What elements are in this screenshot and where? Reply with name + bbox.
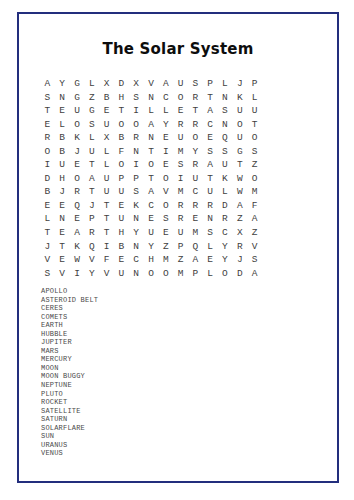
grid-cell: X [129, 77, 144, 91]
grid-cell: U [55, 158, 70, 172]
grid-cell: S [203, 145, 218, 159]
word-list-item: ROCKET [41, 398, 98, 407]
grid-cell: U [144, 226, 159, 240]
grid-cell: O [188, 131, 203, 145]
grid-cell: D [114, 77, 129, 91]
grid-cell: J [232, 77, 247, 91]
grid-cell: A [203, 158, 218, 172]
page-title: The Solar System [19, 40, 337, 58]
grid-cell: X [232, 226, 247, 240]
grid-cell: L [40, 212, 55, 226]
grid-cell: N [203, 212, 218, 226]
word-list-item: HUBBLE [41, 330, 98, 339]
worksheet-canvas: The Solar System AYGLXDXVAUSPLJPSNGZBHSN… [0, 0, 354, 500]
grid-cell: O [173, 91, 188, 105]
grid-cell: R [188, 91, 203, 105]
grid-cell: N [144, 131, 159, 145]
grid-cell: V [144, 77, 159, 91]
grid-cell: G [84, 104, 99, 118]
grid-cell: U [99, 172, 114, 186]
grid-cell: U [232, 131, 247, 145]
grid-cell: R [173, 199, 188, 213]
grid-cell: L [203, 267, 218, 281]
grid-cell: N [218, 118, 233, 132]
word-list-item: MARS [41, 347, 98, 356]
grid-cell: Y [158, 118, 173, 132]
grid-cell: P [188, 267, 203, 281]
grid-cell: L [84, 77, 99, 91]
grid-cell: E [158, 158, 173, 172]
grid-cell: D [218, 199, 233, 213]
grid-cell: O [247, 131, 262, 145]
grid-cell: R [188, 158, 203, 172]
grid-cell: T [84, 158, 99, 172]
grid-cell: B [55, 145, 70, 159]
grid-cell: H [114, 226, 129, 240]
grid-cell: O [144, 158, 159, 172]
word-list-item: SATELLITE [41, 407, 98, 416]
grid-cell: R [40, 131, 55, 145]
grid-cell: Z [232, 212, 247, 226]
grid-cell: A [144, 185, 159, 199]
grid-cell: T [203, 91, 218, 105]
grid-cell: T [114, 104, 129, 118]
grid-cell: Z [84, 91, 99, 105]
grid-cell: E [70, 212, 85, 226]
grid-cell: E [70, 158, 85, 172]
word-list-item: MERCURY [41, 355, 98, 364]
grid-cell: N [129, 240, 144, 254]
grid-cell: B [99, 91, 114, 105]
grid-cell: M [173, 267, 188, 281]
grid-cell: O [247, 172, 262, 186]
grid-cell: N [218, 91, 233, 105]
word-list-item: VENUS [41, 449, 98, 458]
grid-cell: V [247, 240, 262, 254]
grid-cell: K [232, 91, 247, 105]
grid-cell: H [144, 253, 159, 267]
grid-cell: T [188, 104, 203, 118]
grid-cell: B [55, 131, 70, 145]
grid-cell: W [70, 253, 85, 267]
grid-cell: P [173, 240, 188, 254]
grid-cell: E [55, 253, 70, 267]
grid-cell: M [188, 226, 203, 240]
grid-cell: N [129, 145, 144, 159]
grid-cell: L [84, 131, 99, 145]
grid-cell: B [114, 131, 129, 145]
grid-cell: Q [70, 199, 85, 213]
grid-cell: U [114, 212, 129, 226]
grid-cell: O [158, 267, 173, 281]
grid-cell: U [173, 131, 188, 145]
grid-cell: N [55, 212, 70, 226]
grid-cell: Z [247, 226, 262, 240]
grid-cell: A [158, 77, 173, 91]
word-list-item: SUN [41, 432, 98, 441]
grid-cell: E [55, 226, 70, 240]
grid-cell: U [173, 77, 188, 91]
grid-cell: T [55, 240, 70, 254]
grid-cell: C [203, 118, 218, 132]
grid-cell: A [247, 212, 262, 226]
grid-cell: R [203, 199, 218, 213]
grid-cell: X [99, 131, 114, 145]
grid-cell: Y [218, 240, 233, 254]
grid-cell: R [70, 185, 85, 199]
grid-cell: L [218, 77, 233, 91]
grid-cell: U [247, 104, 262, 118]
grid-cell: L [247, 91, 262, 105]
grid-cell: W [232, 172, 247, 186]
grid-cell: E [144, 212, 159, 226]
grid-cell: S [188, 77, 203, 91]
grid-cell: O [218, 267, 233, 281]
grid-cell: J [55, 185, 70, 199]
grid-cell: C [144, 199, 159, 213]
grid-cell: V [55, 267, 70, 281]
grid-cell: L [99, 145, 114, 159]
grid-cell: S [40, 91, 55, 105]
grid-cell: T [203, 172, 218, 186]
grid-cell: E [55, 104, 70, 118]
grid-cell: O [70, 172, 85, 186]
word-list-item: MOON BUGGY [41, 372, 98, 381]
grid-cell: S [247, 145, 262, 159]
grid-cell: M [247, 185, 262, 199]
word-list-item: ASTEROID BELT [41, 296, 98, 305]
grid-cell: Z [173, 253, 188, 267]
grid-cell: Q [218, 131, 233, 145]
word-list-item: JUPITER [41, 338, 98, 347]
grid-cell: V [99, 267, 114, 281]
grid-cell: L [55, 118, 70, 132]
grid-cell: O [144, 267, 159, 281]
grid-cell: Y [188, 145, 203, 159]
grid-cell: Y [55, 77, 70, 91]
grid-cell: F [99, 253, 114, 267]
grid-cell: F [247, 199, 262, 213]
grid-cell: O [158, 172, 173, 186]
grid-cell: U [99, 185, 114, 199]
word-list-item: APOLLO [41, 287, 98, 296]
grid-cell: J [40, 240, 55, 254]
grid-cell: K [218, 172, 233, 186]
grid-cell: I [129, 104, 144, 118]
word-list-item: CERES [41, 304, 98, 313]
grid-cell: J [232, 253, 247, 267]
grid-cell: O [114, 118, 129, 132]
grid-cell: D [232, 267, 247, 281]
grid-cell: A [40, 77, 55, 91]
grid-cell: S [158, 212, 173, 226]
grid-cell: S [84, 118, 99, 132]
grid-cell: A [232, 199, 247, 213]
grid-cell: A [188, 253, 203, 267]
grid-cell: T [99, 226, 114, 240]
worksheet-page: The Solar System AYGLXDXVAUSPLJPSNGZBHSN… [17, 12, 339, 483]
grid-cell: T [144, 145, 159, 159]
grid-cell: U [232, 104, 247, 118]
grid-cell: S [247, 253, 262, 267]
grid-cell: E [114, 199, 129, 213]
grid-cell: C [188, 185, 203, 199]
grid-cell: S [129, 91, 144, 105]
grid-cell: E [188, 212, 203, 226]
grid-cell: R [188, 118, 203, 132]
grid-cell: I [40, 158, 55, 172]
grid-cell: R [173, 212, 188, 226]
grid-cell: F [114, 145, 129, 159]
grid-cell: R [173, 118, 188, 132]
grid-cell: H [114, 91, 129, 105]
grid-cell: U [188, 172, 203, 186]
grid-cell: D [40, 172, 55, 186]
grid-cell: Y [84, 267, 99, 281]
grid-cell: E [55, 199, 70, 213]
word-list: APOLLOASTEROID BELTCERESCOMETSEARTHHUBBL… [41, 287, 98, 458]
grid-cell: I [158, 145, 173, 159]
word-list-item: COMETS [41, 313, 98, 322]
grid-cell: N [129, 212, 144, 226]
grid-cell: M [173, 145, 188, 159]
grid-cell: T [40, 226, 55, 240]
grid-cell: C [158, 91, 173, 105]
grid-cell: V [84, 253, 99, 267]
letter-grid: AYGLXDXVAUSPLJPSNGZBHSNCORTNKLTEUGETILLE… [40, 77, 262, 280]
grid-cell: P [247, 77, 262, 91]
grid-cell: Q [188, 240, 203, 254]
grid-cell: B [40, 185, 55, 199]
grid-cell: T [84, 185, 99, 199]
word-list-item: EARTH [41, 321, 98, 330]
grid-cell: L [144, 104, 159, 118]
grid-cell: O [40, 145, 55, 159]
grid-cell: N [129, 267, 144, 281]
grid-cell: E [173, 104, 188, 118]
word-list-item: NEPTUNE [41, 381, 98, 390]
grid-cell: I [70, 267, 85, 281]
grid-cell: S [218, 104, 233, 118]
word-list-item: SOLARFLARE [41, 424, 98, 433]
grid-cell: W [232, 185, 247, 199]
grid-cell: K [129, 199, 144, 213]
grid-cell: E [99, 104, 114, 118]
grid-cell: R [232, 240, 247, 254]
grid-cell: O [158, 199, 173, 213]
grid-cell: X [99, 77, 114, 91]
grid-cell: U [84, 145, 99, 159]
grid-cell: U [70, 104, 85, 118]
grid-cell: V [40, 253, 55, 267]
grid-cell: O [114, 158, 129, 172]
grid-cell: A [84, 172, 99, 186]
grid-cell: T [247, 118, 262, 132]
grid-cell: C [129, 253, 144, 267]
grid-cell: R [188, 199, 203, 213]
grid-cell: V [158, 185, 173, 199]
grid-cell: U [218, 158, 233, 172]
grid-cell: I [99, 240, 114, 254]
grid-cell: S [173, 158, 188, 172]
grid-cell: E [203, 253, 218, 267]
grid-cell: S [129, 185, 144, 199]
grid-cell: S [203, 226, 218, 240]
grid-cell: P [129, 172, 144, 186]
grid-cell: A [203, 104, 218, 118]
grid-cell: L [218, 185, 233, 199]
grid-cell: B [114, 240, 129, 254]
grid-cell: K [70, 131, 85, 145]
grid-cell: C [218, 226, 233, 240]
grid-cell: R [129, 131, 144, 145]
grid-cell: U [173, 226, 188, 240]
grid-cell: E [114, 253, 129, 267]
grid-cell: R [84, 226, 99, 240]
grid-cell: U [203, 185, 218, 199]
grid-cell: T [144, 172, 159, 186]
grid-cell: L [99, 158, 114, 172]
grid-cell: P [84, 212, 99, 226]
grid-cell: O [70, 118, 85, 132]
grid-cell: M [158, 253, 173, 267]
grid-cell: Z [247, 158, 262, 172]
grid-cell: S [218, 145, 233, 159]
grid-cell: T [232, 158, 247, 172]
word-list-item: MOON [41, 364, 98, 373]
grid-cell: L [158, 104, 173, 118]
grid-cell: N [55, 91, 70, 105]
grid-cell: E [40, 118, 55, 132]
grid-cell: M [173, 185, 188, 199]
grid-cell: J [84, 199, 99, 213]
grid-cell: G [70, 91, 85, 105]
word-list-item: PLUTO [41, 390, 98, 399]
grid-cell: T [40, 104, 55, 118]
grid-cell: U [114, 185, 129, 199]
grid-cell: E [158, 226, 173, 240]
grid-cell: O [129, 118, 144, 132]
grid-cell: U [114, 267, 129, 281]
grid-cell: A [70, 226, 85, 240]
grid-cell: N [144, 91, 159, 105]
grid-cell: Y [129, 226, 144, 240]
grid-cell: Z [158, 240, 173, 254]
grid-cell: E [40, 199, 55, 213]
grid-cell: H [55, 172, 70, 186]
grid-cell: T [99, 199, 114, 213]
grid-cell: P [114, 172, 129, 186]
grid-cell: P [203, 77, 218, 91]
grid-cell: R [218, 212, 233, 226]
grid-cell: G [70, 77, 85, 91]
grid-cell: S [40, 267, 55, 281]
grid-cell: I [173, 172, 188, 186]
grid-cell: T [99, 212, 114, 226]
grid-cell: A [144, 118, 159, 132]
word-list-item: URANUS [41, 441, 98, 450]
grid-cell: O [232, 118, 247, 132]
grid-cell: L [203, 240, 218, 254]
grid-cell: G [232, 145, 247, 159]
grid-cell: Y [218, 253, 233, 267]
grid-cell: Y [144, 240, 159, 254]
grid-cell: Q [84, 240, 99, 254]
grid-cell: K [70, 240, 85, 254]
word-list-item: SATURN [41, 415, 98, 424]
grid-cell: J [70, 145, 85, 159]
grid-cell: A [247, 267, 262, 281]
grid-cell: I [129, 158, 144, 172]
grid-cell: U [99, 118, 114, 132]
grid-cell: E [203, 131, 218, 145]
grid-cell: E [158, 131, 173, 145]
